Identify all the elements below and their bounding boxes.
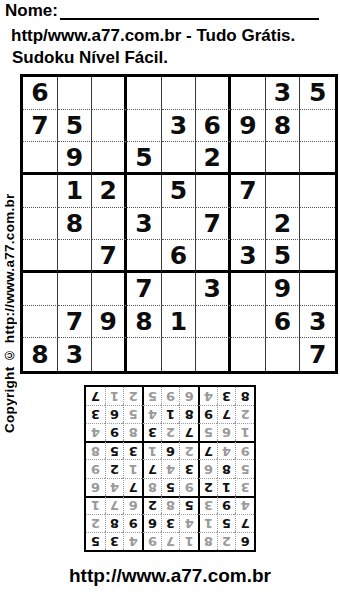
puzzle-cell-r5c1: [23, 208, 58, 241]
solution-cell-r4c1: 3: [235, 478, 254, 496]
puzzle-cell-r9c5: [162, 338, 197, 371]
name-blank-line: [60, 4, 319, 20]
puzzle-cell-r2c8: 8: [266, 110, 301, 143]
puzzle-cell-r4c7: 7: [231, 175, 266, 208]
solution-cell-r9c4: 6: [179, 387, 198, 405]
puzzle-cell-r8c4: 8: [127, 306, 162, 339]
name-row: Nome:: [5, 2, 319, 20]
solution-cell-r3c3: 3: [198, 496, 217, 514]
puzzle-cell-r2c9: [300, 110, 335, 143]
solution-cell-r6c9: 8: [86, 441, 105, 459]
puzzle-cell-r3c6: 2: [196, 142, 231, 175]
puzzle-cell-r9c7: [231, 338, 266, 371]
puzzle-cell-r8c5: 1: [162, 306, 197, 339]
puzzle-cell-r1c7: [231, 77, 266, 110]
solution-cell-r6c3: 7: [198, 441, 217, 459]
puzzle-cell-r6c6: [196, 240, 231, 273]
puzzle-cell-r3c9: [300, 142, 335, 175]
puzzle-cell-r3c2: 9: [58, 142, 93, 175]
solution-cell-r5c3: 6: [198, 459, 217, 477]
puzzle-cell-r1c4: [127, 77, 162, 110]
solution-cell-r3c1: 4: [235, 496, 254, 514]
solution-cell-r8c7: 5: [123, 405, 142, 423]
puzzle-cell-r5c4: 3: [127, 208, 162, 241]
puzzle-cell-r6c5: 6: [162, 240, 197, 273]
puzzle-cell-r4c3: 2: [92, 175, 127, 208]
solution-cell-r9c9: 7: [86, 387, 105, 405]
puzzle-cell-r5c5: [162, 208, 197, 241]
solution-cell-r6c1: 9: [235, 441, 254, 459]
solution-cell-r4c8: 4: [105, 478, 124, 496]
solution-cell-r9c2: 3: [217, 387, 236, 405]
solution-cell-r2c3: 1: [198, 514, 217, 532]
solution-cell-r5c1: 5: [235, 459, 254, 477]
solution-cell-r2c8: 8: [105, 514, 124, 532]
solution-cell-r4c2: 1: [217, 478, 236, 496]
solution-cell-r8c1: 2: [235, 405, 254, 423]
puzzle-cell-r7c4: 7: [127, 273, 162, 306]
solution-cell-r4c4: 9: [179, 478, 198, 496]
solution-cell-r3c8: 7: [105, 496, 124, 514]
puzzle-cell-r7c7: [231, 273, 266, 306]
solution-cell-r2c9: 2: [86, 514, 105, 532]
puzzle-cell-r5c7: [231, 208, 266, 241]
puzzle-cell-r8c3: 9: [92, 306, 127, 339]
solution-cell-r5c5: 4: [161, 459, 180, 477]
puzzle-cell-r9c1: 8: [23, 338, 58, 371]
puzzle-cell-r2c5: 3: [162, 110, 197, 143]
puzzle-cell-r4c4: [127, 175, 162, 208]
solution-cell-r1c1: 6: [235, 532, 254, 550]
puzzle-cell-r5c2: 8: [58, 208, 93, 241]
puzzle-cell-r7c2: [58, 273, 93, 306]
puzzle-cell-r9c2: 3: [58, 338, 93, 371]
solution-cell-r8c9: 3: [86, 405, 105, 423]
solution-cell-r2c2: 5: [217, 514, 236, 532]
solution-cell-r7c8: 9: [105, 423, 124, 441]
solution-cell-r7c3: 5: [198, 423, 217, 441]
solution-cell-r1c3: 8: [198, 532, 217, 550]
puzzle-cell-r4c6: [196, 175, 231, 208]
solution-cell-r1c8: 3: [105, 532, 124, 550]
puzzle-cell-r6c7: 3: [231, 240, 266, 273]
puzzle-cell-r8c2: 7: [58, 306, 93, 339]
solution-cell-r5c2: 8: [217, 459, 236, 477]
puzzle-cell-r5c8: 2: [266, 208, 301, 241]
solution-cell-r7c7: 8: [123, 423, 142, 441]
puzzle-cell-r6c3: 7: [92, 240, 127, 273]
puzzle-level-title: Sudoku Nível Fácil.: [12, 48, 168, 68]
solution-cell-r7c2: 6: [217, 423, 236, 441]
solution-cell-r5c9: 9: [86, 459, 105, 477]
puzzle-cell-r7c1: [23, 273, 58, 306]
puzzle-cell-r5c6: 7: [196, 208, 231, 241]
solution-cell-r4c9: 6: [86, 478, 105, 496]
solution-cell-r9c6: 5: [142, 387, 161, 405]
puzzle-cell-r4c8: [266, 175, 301, 208]
solution-cell-r4c3: 2: [198, 478, 217, 496]
solution-cell-r8c2: 7: [217, 405, 236, 423]
site-headline: http/www.a77.com.br - Tudo Grátis.: [11, 26, 295, 46]
solution-cell-r1c2: 2: [217, 532, 236, 550]
solution-cell-r6c4: 2: [179, 441, 198, 459]
puzzle-cell-r2c6: 6: [196, 110, 231, 143]
solution-cell-r2c5: 3: [161, 514, 180, 532]
solution-cell-r7c9: 4: [86, 423, 105, 441]
puzzle-cell-r3c5: [162, 142, 197, 175]
puzzle-cell-r9c3: [92, 338, 127, 371]
puzzle-cell-r9c8: [266, 338, 301, 371]
puzzle-cell-r3c8: [266, 142, 301, 175]
solution-cell-r9c5: 9: [161, 387, 180, 405]
solution-cell-r6c2: 4: [217, 441, 236, 459]
solution-cell-r1c4: 1: [179, 532, 198, 550]
puzzle-cell-r1c1: 6: [23, 77, 58, 110]
solution-cell-r9c1: 8: [235, 387, 254, 405]
puzzle-cell-r9c9: 7: [300, 338, 335, 371]
solution-cell-r3c7: 6: [123, 496, 142, 514]
solution-cell-r9c7: 2: [123, 387, 142, 405]
solution-cell-r3c2: 9: [217, 496, 236, 514]
puzzle-cell-r3c1: [23, 142, 58, 175]
puzzle-cell-r3c4: 5: [127, 142, 162, 175]
solution-cell-r8c8: 6: [105, 405, 124, 423]
puzzle-cell-r1c6: [196, 77, 231, 110]
puzzle-cell-r6c4: [127, 240, 162, 273]
solution-cell-r4c7: 7: [123, 478, 142, 496]
solution-cell-r2c1: 7: [235, 514, 254, 532]
puzzle-cell-r3c3: [92, 142, 127, 175]
puzzle-cell-r6c1: [23, 240, 58, 273]
copyright-vertical-text: Copyright © http://www.a77.com.br: [1, 150, 18, 433]
solution-cell-r6c7: 3: [123, 441, 142, 459]
puzzle-cell-r1c9: 5: [300, 77, 335, 110]
solution-cell-r1c6: 9: [142, 532, 161, 550]
solution-cell-r2c7: 9: [123, 514, 142, 532]
solution-cell-r2c6: 6: [142, 514, 161, 532]
footer-url: http://www.a77.com.br: [0, 565, 340, 587]
solution-cell-r8c5: 1: [161, 405, 180, 423]
puzzle-cell-r6c8: 5: [266, 240, 301, 273]
solution-cell-r6c5: 6: [161, 441, 180, 459]
puzzle-cell-r2c2: 5: [58, 110, 93, 143]
solution-cell-r2c4: 4: [179, 514, 198, 532]
solution-cell-r3c4: 5: [179, 496, 198, 514]
puzzle-cell-r2c4: [127, 110, 162, 143]
solution-grid-rotated: 6281794357514369824935826713129587465863…: [84, 385, 256, 552]
solution-cell-r6c6: 1: [142, 441, 161, 459]
solution-cell-r4c6: 8: [142, 478, 161, 496]
solution-cell-r7c4: 7: [179, 423, 198, 441]
sudoku-grid: 635753698952125783727635739798163837: [20, 74, 338, 374]
solution-cell-r7c5: 2: [161, 423, 180, 441]
puzzle-cell-r7c3: [92, 273, 127, 306]
puzzle-cell-r3c7: [231, 142, 266, 175]
printable-sudoku-page: Nome: http/www.a77.com.br - Tudo Grátis.…: [0, 0, 340, 596]
solution-cell-r4c5: 5: [161, 478, 180, 496]
puzzle-cell-r9c6: [196, 338, 231, 371]
puzzle-cell-r5c3: [92, 208, 127, 241]
puzzle-cell-r7c8: 9: [266, 273, 301, 306]
solution-cell-r8c6: 4: [142, 405, 161, 423]
solution-cell-r5c6: 7: [142, 459, 161, 477]
name-label: Nome:: [5, 2, 58, 20]
solution-cell-r7c1: 1: [235, 423, 254, 441]
solution-cell-r3c5: 8: [161, 496, 180, 514]
solution-cell-r1c9: 5: [86, 532, 105, 550]
puzzle-cell-r8c7: [231, 306, 266, 339]
puzzle-cell-r1c8: 3: [266, 77, 301, 110]
puzzle-cell-r8c8: 6: [266, 306, 301, 339]
puzzle-cell-r2c3: [92, 110, 127, 143]
solution-cell-r1c7: 4: [123, 532, 142, 550]
solution-cell-r9c3: 4: [198, 387, 217, 405]
puzzle-cell-r8c6: [196, 306, 231, 339]
solution-cell-r5c7: 1: [123, 459, 142, 477]
puzzle-cell-r7c5: [162, 273, 197, 306]
solution-cell-r9c8: 1: [105, 387, 124, 405]
solution-cell-r6c8: 5: [105, 441, 124, 459]
puzzle-cell-r4c2: 1: [58, 175, 93, 208]
puzzle-cell-r6c2: [58, 240, 93, 273]
solution-cell-r3c9: 1: [86, 496, 105, 514]
puzzle-cell-r4c5: 5: [162, 175, 197, 208]
puzzle-cell-r5c9: [300, 208, 335, 241]
puzzle-cell-r9c4: [127, 338, 162, 371]
puzzle-cell-r4c9: [300, 175, 335, 208]
puzzle-cell-r8c9: 3: [300, 306, 335, 339]
puzzle-cell-r8c1: [23, 306, 58, 339]
solution-cell-r5c8: 2: [105, 459, 124, 477]
solution-cell-r8c3: 9: [198, 405, 217, 423]
puzzle-cell-r1c3: [92, 77, 127, 110]
solution-cell-r3c6: 2: [142, 496, 161, 514]
puzzle-cell-r2c1: 7: [23, 110, 58, 143]
puzzle-cell-r1c5: [162, 77, 197, 110]
solution-cell-r5c4: 3: [179, 459, 198, 477]
puzzle-cell-r2c7: 9: [231, 110, 266, 143]
puzzle-cell-r4c1: [23, 175, 58, 208]
puzzle-cell-r7c9: [300, 273, 335, 306]
puzzle-cell-r7c6: 3: [196, 273, 231, 306]
puzzle-cell-r6c9: [300, 240, 335, 273]
puzzle-cell-r1c2: [58, 77, 93, 110]
solution-cell-r7c6: 3: [142, 423, 161, 441]
solution-cell-r8c4: 8: [179, 405, 198, 423]
solution-cell-r1c5: 7: [161, 532, 180, 550]
